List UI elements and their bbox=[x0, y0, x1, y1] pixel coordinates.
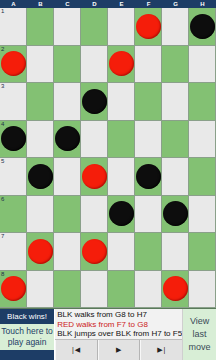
square-F8[interactable] bbox=[135, 271, 162, 309]
move-log-line: BLK walks from G8 to H7 bbox=[57, 310, 182, 320]
first-move-button[interactable]: |◀ bbox=[55, 340, 98, 360]
square-A6[interactable]: 6 bbox=[0, 196, 27, 234]
square-A7[interactable]: 7 bbox=[0, 233, 27, 271]
square-B8[interactable] bbox=[27, 271, 54, 309]
square-H2[interactable] bbox=[189, 46, 216, 84]
square-B2[interactable] bbox=[27, 46, 54, 84]
column-label-D: D bbox=[81, 0, 108, 8]
row-label-2: 2 bbox=[1, 46, 4, 53]
column-label-B: B bbox=[27, 0, 54, 8]
square-B4[interactable] bbox=[27, 121, 54, 159]
square-F6[interactable] bbox=[135, 196, 162, 234]
black-piece[interactable] bbox=[190, 14, 215, 39]
row-label-3: 3 bbox=[1, 83, 4, 90]
square-F1[interactable] bbox=[135, 8, 162, 46]
black-piece[interactable] bbox=[163, 201, 188, 226]
square-D8[interactable] bbox=[81, 271, 108, 309]
square-C5[interactable] bbox=[54, 158, 81, 196]
square-H4[interactable] bbox=[189, 121, 216, 159]
square-E4[interactable] bbox=[108, 121, 135, 159]
row-label-6: 6 bbox=[1, 196, 4, 203]
move-log: BLK walks from G8 to H7 RED walks from F… bbox=[55, 309, 182, 339]
black-piece[interactable] bbox=[1, 126, 26, 151]
play-again-button[interactable]: Touch here to play again bbox=[0, 324, 54, 350]
square-H6[interactable] bbox=[189, 196, 216, 234]
red-piece[interactable] bbox=[82, 164, 107, 189]
bottom-dark-bar bbox=[0, 350, 54, 360]
board: 12345678 bbox=[0, 8, 216, 308]
square-E8[interactable] bbox=[108, 271, 135, 309]
column-header: ABCDEFGH bbox=[0, 0, 216, 8]
square-G5[interactable] bbox=[162, 158, 189, 196]
row-label-1: 1 bbox=[1, 8, 4, 15]
square-H8[interactable] bbox=[189, 271, 216, 309]
square-A5[interactable]: 5 bbox=[0, 158, 27, 196]
square-D5[interactable] bbox=[81, 158, 108, 196]
column-label-F: F bbox=[135, 0, 162, 8]
black-piece[interactable] bbox=[109, 201, 134, 226]
move-log-line: BLK jumps over BLK from H7 to F5 bbox=[57, 329, 182, 339]
black-piece[interactable] bbox=[28, 164, 53, 189]
column-label-H: H bbox=[189, 0, 216, 8]
square-H5[interactable] bbox=[189, 158, 216, 196]
square-A2[interactable]: 2 bbox=[0, 46, 27, 84]
square-H1[interactable] bbox=[189, 8, 216, 46]
square-A4[interactable]: 4 bbox=[0, 121, 27, 159]
move-log-line: RED walks from F7 to G8 bbox=[57, 320, 182, 330]
square-C4[interactable] bbox=[54, 121, 81, 159]
view-last-move-line2: last bbox=[183, 328, 216, 341]
square-B6[interactable] bbox=[27, 196, 54, 234]
square-D7[interactable] bbox=[81, 233, 108, 271]
square-E7[interactable] bbox=[108, 233, 135, 271]
square-B1[interactable] bbox=[27, 8, 54, 46]
move-log-column: BLK walks from G8 to H7 RED walks from F… bbox=[55, 309, 183, 360]
square-G8[interactable] bbox=[162, 271, 189, 309]
square-A8[interactable]: 8 bbox=[0, 271, 27, 309]
winner-banner: Black wins! bbox=[0, 309, 54, 324]
bottom-panel: Black wins! Touch here to play again BLK… bbox=[0, 308, 216, 360]
view-last-move-line3: move bbox=[183, 341, 216, 354]
square-A3[interactable]: 3 bbox=[0, 83, 27, 121]
square-C6[interactable] bbox=[54, 196, 81, 234]
square-G3[interactable] bbox=[162, 83, 189, 121]
black-piece[interactable] bbox=[82, 89, 107, 114]
square-C7[interactable] bbox=[54, 233, 81, 271]
row-label-5: 5 bbox=[1, 158, 4, 165]
square-C3[interactable] bbox=[54, 83, 81, 121]
square-F7[interactable] bbox=[135, 233, 162, 271]
black-piece[interactable] bbox=[55, 126, 80, 151]
red-piece[interactable] bbox=[1, 276, 26, 301]
column-label-A: A bbox=[0, 0, 27, 8]
play-again-line1: Touch here to bbox=[0, 326, 54, 337]
square-C8[interactable] bbox=[54, 271, 81, 309]
row-label-8: 8 bbox=[1, 271, 4, 278]
play-again-line2: play again bbox=[0, 337, 54, 348]
square-C1[interactable] bbox=[54, 8, 81, 46]
square-E6[interactable] bbox=[108, 196, 135, 234]
red-piece[interactable] bbox=[28, 239, 53, 264]
row-label-4: 4 bbox=[1, 121, 4, 128]
square-F3[interactable] bbox=[135, 83, 162, 121]
column-label-E: E bbox=[108, 0, 135, 8]
red-piece[interactable] bbox=[1, 51, 26, 76]
square-G6[interactable] bbox=[162, 196, 189, 234]
square-E2[interactable] bbox=[108, 46, 135, 84]
square-F5[interactable] bbox=[135, 158, 162, 196]
square-D6[interactable] bbox=[81, 196, 108, 234]
square-D4[interactable] bbox=[81, 121, 108, 159]
view-last-move-line1: View bbox=[183, 315, 216, 328]
row-label-7: 7 bbox=[1, 233, 4, 240]
square-B3[interactable] bbox=[27, 83, 54, 121]
square-G7[interactable] bbox=[162, 233, 189, 271]
square-E3[interactable] bbox=[108, 83, 135, 121]
square-D1[interactable] bbox=[81, 8, 108, 46]
square-G2[interactable] bbox=[162, 46, 189, 84]
square-H7[interactable] bbox=[189, 233, 216, 271]
square-F4[interactable] bbox=[135, 121, 162, 159]
square-E5[interactable] bbox=[108, 158, 135, 196]
square-E1[interactable] bbox=[108, 8, 135, 46]
column-label-G: G bbox=[162, 0, 189, 8]
red-piece[interactable] bbox=[163, 276, 188, 301]
column-label-C: C bbox=[54, 0, 81, 8]
red-piece[interactable] bbox=[136, 14, 161, 39]
square-G1[interactable] bbox=[162, 8, 189, 46]
red-piece[interactable] bbox=[82, 239, 107, 264]
square-B7[interactable] bbox=[27, 233, 54, 271]
black-piece[interactable] bbox=[136, 164, 161, 189]
square-C2[interactable] bbox=[54, 46, 81, 84]
square-A1[interactable]: 1 bbox=[0, 8, 27, 46]
square-B5[interactable] bbox=[27, 158, 54, 196]
square-D3[interactable] bbox=[81, 83, 108, 121]
square-F2[interactable] bbox=[135, 46, 162, 84]
red-piece[interactable] bbox=[109, 51, 134, 76]
status-column: Black wins! Touch here to play again bbox=[0, 309, 55, 360]
square-D2[interactable] bbox=[81, 46, 108, 84]
next-move-button[interactable]: ▶ bbox=[98, 340, 141, 360]
last-move-button[interactable]: ▶| bbox=[140, 340, 182, 360]
square-G4[interactable] bbox=[162, 121, 189, 159]
view-last-move-button[interactable]: View last move bbox=[183, 309, 216, 360]
square-H3[interactable] bbox=[189, 83, 216, 121]
replay-nav-bar: |◀ ▶ ▶| bbox=[55, 339, 182, 360]
